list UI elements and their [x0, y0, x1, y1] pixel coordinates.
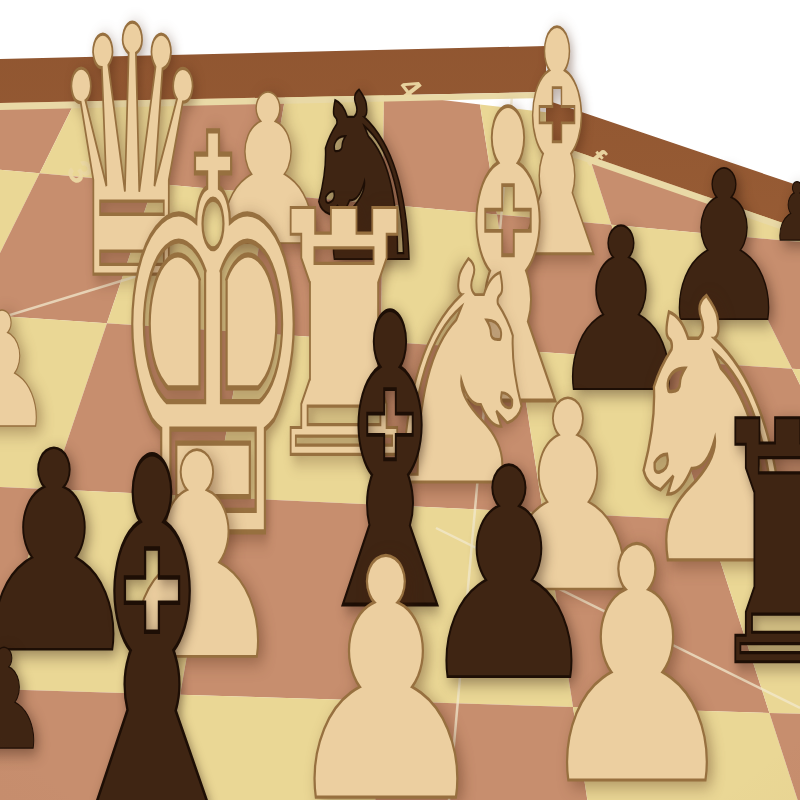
- pieces-layer: ♟♟♝♞♛♟♟♝♟♜♞♚♞♟♝♟♟♜♟♟♟♟♝: [0, 0, 800, 800]
- black-bishop[interactable]: ♝: [44, 399, 259, 800]
- white-pawn[interactable]: ♟: [532, 506, 741, 800]
- chess-set-photo: 34f ♟♟♝♞♛♟♟♝♟♜♞♚♞♟♝♟♟♜♟♟♟♟♝: [0, 0, 800, 800]
- black-pawn[interactable]: ♟: [0, 632, 49, 770]
- white-pawn[interactable]: ♟: [279, 517, 493, 800]
